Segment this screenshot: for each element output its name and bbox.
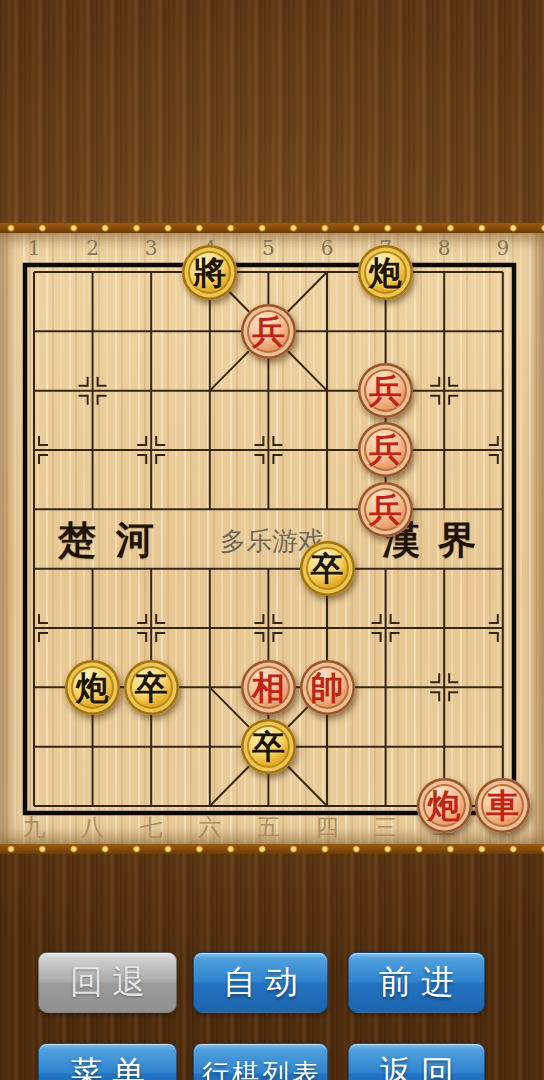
piece-red-elephant[interactable]: 相 <box>241 660 296 715</box>
piece-black-cannon[interactable]: 炮 <box>65 660 120 715</box>
auto-button[interactable]: 自动 <box>193 952 328 1013</box>
back-button[interactable]: 返回 <box>348 1043 485 1080</box>
piece-red-soldier[interactable]: 兵 <box>358 363 413 418</box>
piece-red-general[interactable]: 帥 <box>300 660 355 715</box>
forward-button[interactable]: 前进 <box>348 952 485 1013</box>
piece-red-soldier[interactable]: 兵 <box>358 482 413 537</box>
app-screen: 123456789 九八七六五四三二一 楚河 漢界 多乐游戏 將炮兵兵兵兵卒炮卒… <box>0 0 544 1080</box>
piece-black-general[interactable]: 將 <box>182 245 237 300</box>
stud-strip-top <box>0 223 544 233</box>
piece-red-soldier[interactable]: 兵 <box>241 304 296 359</box>
piece-red-cannon[interactable]: 炮 <box>417 778 472 833</box>
stud-strip-bottom <box>0 844 544 854</box>
piece-black-soldier[interactable]: 卒 <box>124 660 179 715</box>
piece-black-cannon[interactable]: 炮 <box>358 245 413 300</box>
move-list-button[interactable]: 行棋列表 <box>193 1043 328 1080</box>
undo-button[interactable]: 回退 <box>38 952 177 1013</box>
menu-button[interactable]: 菜单 <box>38 1043 177 1080</box>
piece-black-soldier[interactable]: 卒 <box>300 541 355 596</box>
piece-black-soldier[interactable]: 卒 <box>241 719 296 774</box>
